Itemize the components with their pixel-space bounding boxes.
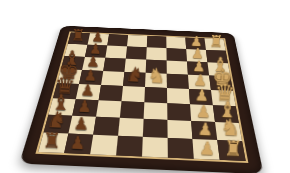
square-h4[interactable]: [147, 35, 167, 47]
photo-stage: ♜♟♟♜♟♟♝♟♟♝♚♟♞♞♟♚♛♟♟♛♝♟♟♝♞♟♟♞♜♟♟♜: [0, 0, 290, 173]
square-g4[interactable]: [146, 47, 166, 60]
black-pawn[interactable]: ♟: [58, 131, 97, 154]
board-grid: ♜♟♟♜♟♟♝♟♟♝♚♟♞♞♟♚♛♟♟♛♝♟♟♝♞♟♟♞♜♟♟♜: [35, 31, 248, 162]
square-e4[interactable]: ♞: [145, 72, 167, 87]
square-d4[interactable]: [144, 87, 167, 103]
square-h5[interactable]: [127, 35, 147, 47]
square-c5[interactable]: [120, 101, 145, 119]
square-b4[interactable]: [143, 118, 168, 137]
white-knight[interactable]: ♞: [140, 63, 173, 87]
square-a5[interactable]: [116, 135, 143, 156]
square-a7[interactable]: ♟: [64, 133, 93, 154]
chess-board: ♜♟♟♜♟♟♝♟♟♝♚♟♞♞♟♚♛♟♟♛♝♟♟♝♞♟♟♞♜♟♟♜: [19, 25, 263, 173]
square-c4[interactable]: [144, 102, 168, 120]
white-rook[interactable]: ♜: [214, 134, 253, 160]
square-g5[interactable]: [126, 46, 147, 59]
square-a4[interactable]: [142, 136, 168, 157]
square-d5[interactable]: [121, 86, 145, 102]
square-b5[interactable]: [118, 117, 144, 136]
square-a1[interactable]: ♜: [217, 140, 245, 161]
